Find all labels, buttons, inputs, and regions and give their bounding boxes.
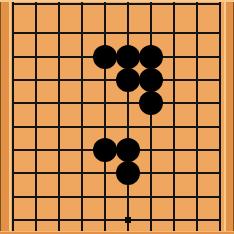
black-stone[interactable] [116, 68, 140, 92]
board-frame-right [226, 0, 234, 234]
black-stone[interactable] [139, 45, 163, 69]
black-stone[interactable] [93, 138, 117, 162]
grid-line-horizontal [12, 126, 221, 128]
grid-line-horizontal [12, 196, 221, 198]
black-stone[interactable] [116, 45, 140, 69]
grid-line-horizontal [12, 3, 221, 5]
board-frame-bottom [0, 232, 234, 234]
star-point [125, 217, 131, 223]
grid-line-horizontal [12, 32, 221, 34]
black-stone[interactable] [139, 91, 163, 115]
board-frame-left [0, 0, 9, 234]
black-stone[interactable] [116, 161, 140, 185]
black-stone[interactable] [116, 138, 140, 162]
board-frame-left-highlight [9, 0, 11, 234]
goban[interactable] [0, 0, 234, 234]
black-stone[interactable] [93, 45, 117, 69]
grid-line-horizontal [12, 219, 221, 221]
grid-line-horizontal [12, 102, 221, 104]
black-stone[interactable] [139, 68, 163, 92]
